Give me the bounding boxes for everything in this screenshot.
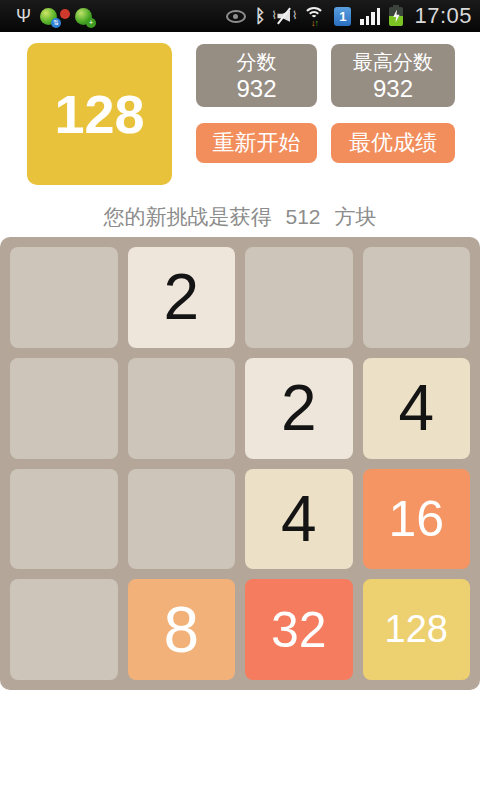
usb-icon: Ψ <box>16 7 31 25</box>
board-2048[interactable]: 224416832128 <box>0 237 480 690</box>
best-results-button[interactable]: 最优成绩 <box>331 123 455 163</box>
challenge-target-tile: 512 <box>285 205 320 228</box>
best-score-label: 最高分数 <box>353 49 433 75</box>
challenge-text: 您的新挑战是获得512方块 <box>0 203 480 231</box>
restart-button[interactable]: 重新开始 <box>196 123 317 163</box>
tile-8-r4c2: 8 <box>128 579 236 680</box>
battery-charging-icon <box>389 7 403 26</box>
wifi-icon: ↓↑ <box>303 7 325 25</box>
tile-16-r3c4: 16 <box>363 469 471 570</box>
empty-cell-r2c2 <box>128 358 236 459</box>
empty-cell-r4c1 <box>10 579 118 680</box>
empty-cell-r2c1 <box>10 358 118 459</box>
tile-128-r4c4: 128 <box>363 579 471 680</box>
notification-count-badge: 1 <box>334 7 351 26</box>
tile-32-r4c3: 32 <box>245 579 353 680</box>
app-traffic-icon: ⇅ <box>40 8 57 25</box>
score-value: 932 <box>236 75 276 103</box>
empty-cell-r3c1 <box>10 469 118 570</box>
empty-cell-r1c1 <box>10 247 118 348</box>
score-box: 分数 932 <box>196 44 317 107</box>
mute-vibrate-icon: ⌇⌇ <box>274 8 294 24</box>
app-health-icon: + <box>75 8 92 25</box>
tile-4-r3c3: 4 <box>245 469 353 570</box>
status-time: 17:05 <box>414 3 472 29</box>
bluetooth-icon: ᛒ <box>255 6 266 27</box>
best-score-value: 932 <box>373 75 413 103</box>
alert-badge-icon <box>60 9 70 19</box>
empty-cell-r1c4 <box>363 247 471 348</box>
max-tile-display: 128 <box>27 43 172 185</box>
plus-badge-icon: + <box>86 18 96 28</box>
empty-cell-r3c2 <box>128 469 236 570</box>
eye-protect-icon <box>226 10 246 23</box>
traffic-badge-icon: ⇅ <box>51 18 61 28</box>
score-label: 分数 <box>237 49 277 75</box>
game-header: 128 分数 932 最高分数 932 重新开始 最优成绩 您的新挑战是获得51… <box>0 32 480 237</box>
status-bar: Ψ ⇅ + ᛒ ⌇⌇ ↓↑ 1 17:05 <box>0 0 480 32</box>
screen: Ψ ⇅ + ᛒ ⌇⌇ ↓↑ 1 17:05 128 分数 932 最高分数 93… <box>0 0 480 800</box>
tile-4-r2c4: 4 <box>363 358 471 459</box>
challenge-prefix: 您的新挑战是获得 <box>103 205 271 228</box>
best-score-box: 最高分数 932 <box>331 44 455 107</box>
tile-2-r2c3: 2 <box>245 358 353 459</box>
challenge-suffix: 方块 <box>335 205 377 228</box>
signal-strength-icon <box>360 8 380 25</box>
tile-2-r1c2: 2 <box>128 247 236 348</box>
empty-cell-r1c3 <box>245 247 353 348</box>
